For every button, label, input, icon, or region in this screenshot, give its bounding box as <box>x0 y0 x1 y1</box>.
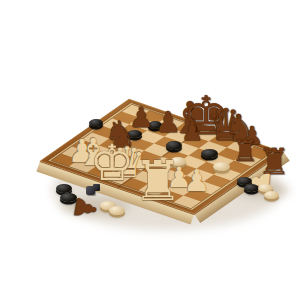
light-checker-disc <box>213 162 230 171</box>
dark-pawn: ♟ <box>181 119 203 144</box>
light-pawn: ♟ <box>184 166 211 196</box>
black-checker-disc <box>56 184 72 193</box>
chess-set-photo: ♟♞♟♝♟♚♛♞♟♜♜♟♝♚♛♟♜♟♟♟♟ <box>0 0 300 300</box>
black-checker-disc <box>201 149 218 158</box>
black-checker-disc <box>244 184 259 192</box>
light-king: ♚ <box>90 138 135 188</box>
latch-hook <box>93 184 100 191</box>
light-checker-disc <box>264 191 279 199</box>
light-rook: ♜ <box>133 154 182 209</box>
dark-pawn-fallen: ♟ <box>69 193 101 223</box>
dark-rook: ♜ <box>232 136 259 166</box>
light-checker-disc <box>109 206 125 215</box>
